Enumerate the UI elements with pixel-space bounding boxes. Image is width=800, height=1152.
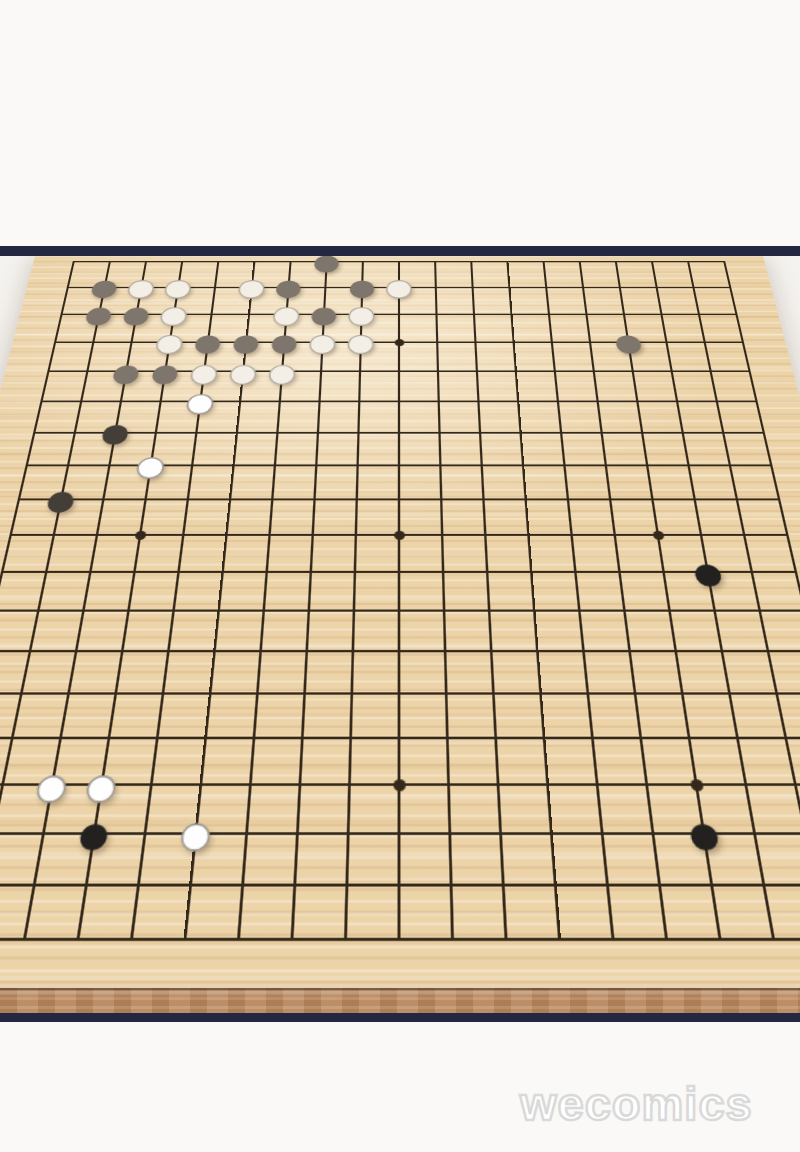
go-stone-white: ● [303,328,343,356]
go-board: ●●●●●●●●●●●●●●●●●●●●●●●●●●●●●●●●●●●● [35,256,763,942]
go-stone-black: ● [104,357,148,387]
panel-frame-top [0,246,800,256]
go-stone-white: ● [222,357,264,387]
go-stone-black: ● [675,809,734,859]
panel-frame-bottom [0,1013,800,1022]
go-stone-white: ● [232,274,272,300]
go-stone-white: ● [341,328,380,356]
go-stone-black: ● [77,301,120,328]
go-stone-black: ● [92,417,138,449]
go-stone-white: ● [380,274,417,300]
comic-page: ●●●●●●●●●●●●●●●●●●●●●●●●●●●●●●●●●●●● wec… [0,0,800,1152]
watermark-text: wecomics [520,1076,753,1131]
go-stone-black: ● [143,357,186,387]
go-stone-white: ● [178,386,222,417]
stones-grid: ●●●●●●●●●●●●●●●●●●●●●●●●●●●●●●●●●●●● [0,249,800,968]
go-stone-white: ● [261,357,302,387]
go-stone-white: ● [127,449,173,482]
board-surface: ●●●●●●●●●●●●●●●●●●●●●●●●●●●●●●●●●●●● [0,256,800,987]
go-stone-black: ● [115,301,157,328]
go-stone-black: ● [607,328,650,356]
go-stone-black: ● [65,809,124,859]
go-stone-white: ● [23,761,81,809]
go-stone-white: ● [167,809,223,859]
board-front-edge [0,988,800,1016]
go-stone-black: ● [682,553,733,591]
comic-panel: ●●●●●●●●●●●●●●●●●●●●●●●●●●●●●●●●●●●● [0,246,800,1022]
go-stone-black: ● [36,482,85,517]
